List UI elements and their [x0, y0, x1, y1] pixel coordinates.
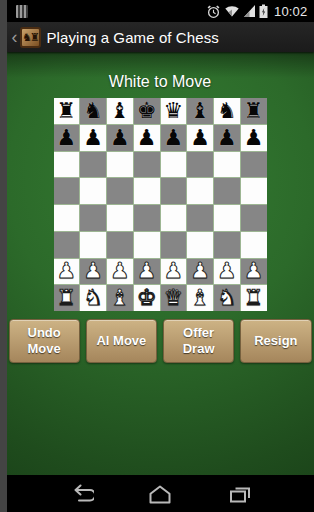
square-a7[interactable]: ♟: [54, 125, 80, 151]
turn-indicator: White to Move: [109, 73, 211, 91]
square-g7[interactable]: ♟: [214, 125, 240, 151]
square-d7[interactable]: ♟: [134, 125, 160, 151]
square-b3[interactable]: [80, 232, 106, 258]
square-g1[interactable]: ♞: [214, 285, 240, 311]
square-f3[interactable]: [187, 232, 213, 258]
game-content: White to Move ♜♞♝♚♛♝♞♜♟♟♟♟♟♟♟♟♟♟♟♟♟♟♟♟♜♞…: [7, 52, 314, 475]
recents-icon[interactable]: [225, 481, 255, 507]
square-a2[interactable]: ♟: [54, 259, 80, 285]
square-h3[interactable]: [241, 232, 267, 258]
square-e6[interactable]: [161, 152, 187, 178]
resign-button[interactable]: Resign: [240, 319, 311, 363]
black-bishop: ♝: [110, 100, 130, 122]
square-b2[interactable]: ♟: [80, 259, 106, 285]
signal-icon: [243, 4, 256, 18]
black-bishop: ♝: [190, 100, 210, 122]
square-b8[interactable]: ♞: [80, 98, 106, 124]
black-knight: ♞: [217, 100, 237, 122]
square-e2[interactable]: ♟: [161, 259, 187, 285]
white-pawn: ♟: [244, 260, 264, 282]
square-d6[interactable]: [134, 152, 160, 178]
square-c6[interactable]: [107, 152, 133, 178]
square-c5[interactable]: [107, 178, 133, 204]
black-pawn: ♟: [110, 127, 130, 149]
black-rook: ♜: [244, 100, 264, 122]
square-b5[interactable]: [80, 178, 106, 204]
black-pawn: ♟: [137, 127, 157, 149]
square-g2[interactable]: ♟: [214, 259, 240, 285]
square-c4[interactable]: [107, 205, 133, 231]
square-f6[interactable]: [187, 152, 213, 178]
black-pawn: ♟: [164, 127, 184, 149]
square-a5[interactable]: [54, 178, 80, 204]
wifi-icon: [224, 4, 240, 18]
square-e8[interactable]: ♛: [161, 98, 187, 124]
square-h1[interactable]: ♜: [241, 285, 267, 311]
undo-move-button[interactable]: Undo Move: [9, 319, 80, 363]
square-h7[interactable]: ♟: [241, 125, 267, 151]
app-bar: ‹ ♞♜ Playing a Game of Chess: [7, 22, 314, 52]
square-g3[interactable]: [214, 232, 240, 258]
square-c8[interactable]: ♝: [107, 98, 133, 124]
alarm-icon: [206, 4, 221, 19]
square-a8[interactable]: ♜: [54, 98, 80, 124]
square-a4[interactable]: [54, 205, 80, 231]
status-icons: 10:02: [206, 4, 308, 19]
square-d5[interactable]: [134, 178, 160, 204]
square-c7[interactable]: ♟: [107, 125, 133, 151]
black-pawn: ♟: [217, 127, 237, 149]
up-chevron-icon[interactable]: ‹: [11, 24, 19, 50]
square-d8[interactable]: ♚: [134, 98, 160, 124]
square-g6[interactable]: [214, 152, 240, 178]
square-e1[interactable]: ♛: [161, 285, 187, 311]
chess-app-icon[interactable]: ♞♜: [20, 27, 41, 48]
black-pawn: ♟: [57, 127, 77, 149]
clock-time: 10:02: [274, 4, 308, 19]
battery-charging-icon: [259, 4, 268, 19]
white-pawn: ♟: [137, 260, 157, 282]
white-bishop: ♝: [110, 287, 130, 309]
white-pawn: ♟: [190, 260, 210, 282]
white-king: ♚: [137, 287, 157, 309]
home-icon[interactable]: [145, 481, 175, 507]
white-pawn: ♟: [164, 260, 184, 282]
square-h8[interactable]: ♜: [241, 98, 267, 124]
square-c2[interactable]: ♟: [107, 259, 133, 285]
square-h6[interactable]: [241, 152, 267, 178]
white-pawn: ♟: [83, 260, 103, 282]
offer-draw-button[interactable]: Offer Draw: [163, 319, 234, 363]
square-g5[interactable]: [214, 178, 240, 204]
black-knight: ♞: [83, 100, 103, 122]
app-title: Playing a Game of Chess: [47, 29, 219, 46]
square-a6[interactable]: [54, 152, 80, 178]
square-e4[interactable]: [161, 205, 187, 231]
square-d2[interactable]: ♟: [134, 259, 160, 285]
square-d4[interactable]: [134, 205, 160, 231]
square-b1[interactable]: ♞: [80, 285, 106, 311]
square-e3[interactable]: [161, 232, 187, 258]
black-pawn: ♟: [83, 127, 103, 149]
square-d1[interactable]: ♚: [134, 285, 160, 311]
square-h4[interactable]: [241, 205, 267, 231]
square-f5[interactable]: [187, 178, 213, 204]
square-f2[interactable]: ♟: [187, 259, 213, 285]
ai-move-button[interactable]: AI Move: [86, 319, 157, 363]
black-king: ♚: [137, 100, 157, 122]
white-queen: ♛: [164, 287, 184, 309]
square-f4[interactable]: [187, 205, 213, 231]
black-pawn: ♟: [244, 127, 264, 149]
square-e7[interactable]: ♟: [161, 125, 187, 151]
white-pawn: ♟: [57, 260, 77, 282]
square-b4[interactable]: [80, 205, 106, 231]
square-h2[interactable]: ♟: [241, 259, 267, 285]
square-b7[interactable]: ♟: [80, 125, 106, 151]
square-h5[interactable]: [241, 178, 267, 204]
square-c1[interactable]: ♝: [107, 285, 133, 311]
status-bar: 10:02: [7, 0, 314, 22]
square-f1[interactable]: ♝: [187, 285, 213, 311]
white-bishop: ♝: [190, 287, 210, 309]
phone-screen: 10:02 ‹ ♞♜ Playing a Game of Chess White…: [7, 0, 314, 512]
chess-board: ♜♞♝♚♛♝♞♜♟♟♟♟♟♟♟♟♟♟♟♟♟♟♟♟♜♞♝♚♛♝♞♜: [54, 98, 267, 311]
square-a1[interactable]: ♜: [54, 285, 80, 311]
action-button-row: Undo Move AI Move Offer Draw Resign: [7, 319, 314, 363]
notification-stripes-icon: [16, 5, 28, 18]
square-g4[interactable]: [214, 205, 240, 231]
back-icon[interactable]: [65, 481, 95, 507]
white-pawn: ♟: [217, 260, 237, 282]
white-rook: ♜: [57, 287, 77, 309]
white-knight: ♞: [217, 287, 237, 309]
white-knight: ♞: [83, 287, 103, 309]
square-f8[interactable]: ♝: [187, 98, 213, 124]
square-a3[interactable]: [54, 232, 80, 258]
android-nav-bar: [7, 475, 314, 512]
black-queen: ♛: [164, 100, 184, 122]
white-pawn: ♟: [110, 260, 130, 282]
black-rook: ♜: [57, 100, 77, 122]
square-f7[interactable]: ♟: [187, 125, 213, 151]
black-pawn: ♟: [190, 127, 210, 149]
white-rook: ♜: [244, 287, 264, 309]
square-b6[interactable]: [80, 152, 106, 178]
square-c3[interactable]: [107, 232, 133, 258]
square-d3[interactable]: [134, 232, 160, 258]
square-g8[interactable]: ♞: [214, 98, 240, 124]
square-e5[interactable]: [161, 178, 187, 204]
